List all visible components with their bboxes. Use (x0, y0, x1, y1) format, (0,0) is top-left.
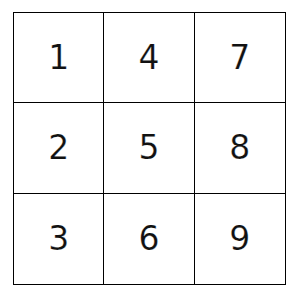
grid-cell-r2c2: 5 (104, 103, 194, 193)
grid-cell-r1c2: 4 (104, 13, 194, 103)
grid-cell-r3c3: 9 (195, 194, 285, 284)
grid-cell-r2c1: 2 (14, 103, 104, 193)
grid-cell-r1c1: 1 (14, 13, 104, 103)
grid-cell-r3c1: 3 (14, 194, 104, 284)
grid-cell-r1c3: 7 (195, 13, 285, 103)
number-grid-board: 1 4 7 2 5 8 3 6 9 (13, 12, 286, 285)
grid-cell-r2c3: 8 (195, 103, 285, 193)
grid-cell-r3c2: 6 (104, 194, 194, 284)
